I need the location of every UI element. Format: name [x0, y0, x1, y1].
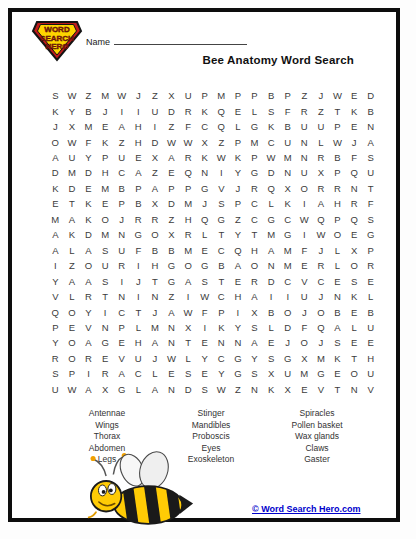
grid-cell: T [362, 181, 379, 196]
grid-cell: I [230, 304, 247, 319]
grid-cell: R [80, 289, 97, 304]
grid-cell: E [362, 273, 379, 288]
grid-cell: U [296, 289, 313, 304]
grid-cell: P [246, 88, 263, 103]
grid-cell: D [263, 165, 280, 180]
grid-cell: S [246, 320, 263, 335]
grid-cell: X [147, 150, 164, 165]
grid-cell: L [130, 382, 147, 397]
word-list-item: Proboscis [161, 431, 261, 443]
grid-cell: K [346, 103, 363, 118]
grid-cell: S [196, 273, 213, 288]
grid-cell: N [346, 382, 363, 397]
grid-cell: R [246, 181, 263, 196]
grid-cell: N [163, 335, 180, 350]
grid-cell: X [64, 119, 81, 134]
grid-cell: W [113, 88, 130, 103]
grid-cell: K [230, 150, 247, 165]
grid-cell: O [279, 304, 296, 319]
logo-text-hero: HERO [45, 42, 68, 51]
grid-cell: I [80, 366, 97, 381]
grid-cell: E [346, 88, 363, 103]
grid-cell: M [213, 88, 230, 103]
grid-cell: C [113, 304, 130, 319]
grid-cell: T [130, 304, 147, 319]
grid-cell: L [147, 366, 164, 381]
grid-cell: E [80, 181, 97, 196]
grid-cell: O [64, 304, 81, 319]
grid-cell: D [64, 181, 81, 196]
grid-cell: B [130, 196, 147, 211]
grid-cell: A [362, 134, 379, 149]
grid-cell: J [130, 273, 147, 288]
grid-cell: O [296, 335, 313, 350]
grid-cell: N [346, 181, 363, 196]
grid-cell: G [97, 335, 114, 350]
grid-cell: R [80, 351, 97, 366]
grid-cell: C [263, 134, 280, 149]
grid-cell: A [246, 335, 263, 350]
grid-cell: L [263, 196, 280, 211]
name-label: Name [86, 37, 110, 47]
grid-cell: N [246, 382, 263, 397]
grid-cell: U [313, 119, 330, 134]
grid-cell: X [346, 242, 363, 257]
grid-cell: D [180, 382, 197, 397]
grid-cell: N [296, 150, 313, 165]
grid-cell: E [97, 351, 114, 366]
grid-cell: W [296, 212, 313, 227]
grid-cell: O [147, 227, 164, 242]
grid-cell: E [362, 335, 379, 350]
word-search-hero-logo: WORD SEARCH HERO [31, 18, 83, 62]
grid-cell: A [47, 150, 64, 165]
grid-cell: B [113, 181, 130, 196]
grid-cell: M [80, 119, 97, 134]
grid-cell: N [213, 335, 230, 350]
grid-cell: M [180, 196, 197, 211]
grid-cell: E [296, 382, 313, 397]
grid-cell: I [113, 273, 130, 288]
grid-cell: J [313, 88, 330, 103]
grid-cell: P [246, 150, 263, 165]
grid-cell: W [263, 150, 280, 165]
grid-cell: E [346, 227, 363, 242]
grid-cell: N [279, 165, 296, 180]
grid-cell: X [97, 382, 114, 397]
grid-cell: O [80, 258, 97, 273]
grid-cell: U [180, 88, 197, 103]
grid-cell: L [196, 227, 213, 242]
grid-cell: I [213, 165, 230, 180]
grid-cell: O [97, 212, 114, 227]
grid-cell: U [279, 366, 296, 381]
grid-cell: Q [196, 212, 213, 227]
grid-cell: Y [47, 335, 64, 350]
word-list-item: Thorax [57, 431, 157, 443]
grid-cell: K [80, 196, 97, 211]
grid-cell: S [97, 242, 114, 257]
grid-cell: E [196, 335, 213, 350]
grid-cell: P [362, 242, 379, 257]
grid-cell: W [163, 134, 180, 149]
grid-cell: S [346, 273, 363, 288]
grid-cell: R [362, 258, 379, 273]
grid-cell: N [97, 320, 114, 335]
grid-cell: X [296, 351, 313, 366]
grid-cell: S [263, 351, 280, 366]
grid-cell: H [130, 119, 147, 134]
grid-cell: E [346, 119, 363, 134]
grid-cell: U [362, 366, 379, 381]
bee-illustration [80, 448, 196, 530]
grid-cell: E [346, 304, 363, 319]
grid-cell: G [163, 258, 180, 273]
grid-cell: D [279, 320, 296, 335]
grid-cell: C [279, 273, 296, 288]
grid-cell: H [97, 165, 114, 180]
grid-cell: G [313, 366, 330, 381]
grid-cell: N [113, 227, 130, 242]
grid-cell: F [130, 242, 147, 257]
grid-cell: M [279, 150, 296, 165]
grid-cell: W [329, 88, 346, 103]
grid-cell: B [279, 119, 296, 134]
grid-cell: P [329, 212, 346, 227]
grid-cell: N [147, 289, 164, 304]
grid-cell: I [263, 289, 280, 304]
grid-cell: K [97, 134, 114, 149]
grid-cell: E [230, 103, 247, 118]
grid-cell: S [362, 150, 379, 165]
grid-cell: M [279, 242, 296, 257]
grid-cell: F [346, 150, 363, 165]
grid-cell: Q [213, 103, 230, 118]
grid-cell: H [246, 242, 263, 257]
grid-cell: N [163, 382, 180, 397]
grid-cell: D [263, 273, 280, 288]
grid-cell: E [346, 335, 363, 350]
grid-cell: Z [163, 212, 180, 227]
grid-cell: L [64, 289, 81, 304]
grid-cell: I [97, 304, 114, 319]
grid-cell: W [196, 289, 213, 304]
grid-cell: K [196, 150, 213, 165]
grid-cell: Z [147, 165, 164, 180]
grid-cell: G [196, 181, 213, 196]
grid-cell: H [180, 212, 197, 227]
grid-cell: Z [163, 289, 180, 304]
grid-cell: G [246, 165, 263, 180]
grid-cell: O [313, 304, 330, 319]
grid-cell: B [329, 304, 346, 319]
grid-cell: X [180, 320, 197, 335]
grid-cell: N [113, 289, 130, 304]
grid-cell: R [147, 212, 164, 227]
grid-cell: L [329, 258, 346, 273]
grid-cell: J [97, 103, 114, 118]
grid-cell: P [130, 181, 147, 196]
word-list-item: Antennae [57, 408, 157, 420]
grid-cell: G [130, 227, 147, 242]
grid-cell: P [329, 119, 346, 134]
grid-cell: G [263, 212, 280, 227]
grid-cell: G [362, 227, 379, 242]
grid-cell: I [279, 289, 296, 304]
grid-cell: C [130, 366, 147, 381]
grid-cell: H [147, 258, 164, 273]
grid-cell: P [213, 304, 230, 319]
grid-cell: G [113, 382, 130, 397]
antenna-tip-left [91, 456, 96, 461]
grid-cell: Y [213, 366, 230, 381]
grid-cell: S [246, 366, 263, 381]
grid-cell: G [246, 119, 263, 134]
grid-cell: S [196, 382, 213, 397]
grid-cell: Z [213, 134, 230, 149]
name-row: Name [86, 34, 247, 47]
grid-cell: L [263, 320, 280, 335]
grid-cell: W [180, 304, 197, 319]
grid-cell: F [296, 242, 313, 257]
grid-cell: C [196, 119, 213, 134]
word-grid: SWZMWJZXUPMPPBPZJWEDKYBJIIUDRKQELSFRZTKB… [47, 88, 379, 397]
grid-cell: K [64, 227, 81, 242]
grid-cell: C [246, 212, 263, 227]
grid-cell: E [196, 366, 213, 381]
grid-cell: C [213, 351, 230, 366]
grid-cell: F [296, 320, 313, 335]
grid-cell: M [313, 351, 330, 366]
grid-cell: O [329, 227, 346, 242]
grid-cell: I [113, 103, 130, 118]
grid-cell: J [230, 181, 247, 196]
grid-cell: K [196, 103, 213, 118]
grid-cell: Y [230, 165, 247, 180]
word-list-item: Gaster [267, 454, 367, 466]
grid-cell: Z [64, 258, 81, 273]
grid-cell: A [163, 150, 180, 165]
grid-cell: H [130, 335, 147, 350]
grid-cell: P [196, 88, 213, 103]
grid-cell: E [97, 119, 114, 134]
grid-cell: D [47, 165, 64, 180]
grid-cell: Q [213, 119, 230, 134]
grid-cell: A [147, 382, 164, 397]
grid-cell: N [230, 335, 247, 350]
grid-cell: E [47, 196, 64, 211]
grid-cell: K [346, 289, 363, 304]
grid-cell: V [213, 181, 230, 196]
grid-cell: Q [313, 212, 330, 227]
grid-cell: G [230, 351, 247, 366]
grid-cell: Z [163, 119, 180, 134]
grid-cell: B [80, 103, 97, 118]
grid-cell: Q [230, 242, 247, 257]
grid-cell: T [329, 103, 346, 118]
grid-cell: U [47, 382, 64, 397]
grid-cell: M [246, 134, 263, 149]
grid-cell: A [130, 165, 147, 180]
grid-cell: U [362, 165, 379, 180]
grid-cell: L [180, 351, 197, 366]
grid-cell: E [263, 335, 280, 350]
grid-cell: Q [180, 165, 197, 180]
grid-cell: F [362, 196, 379, 211]
grid-cell: I [196, 320, 213, 335]
grid-cell: P [113, 320, 130, 335]
grid-cell: E [230, 273, 247, 288]
grid-cell: Y [230, 227, 247, 242]
grid-cell: B [147, 242, 164, 257]
grid-cell: M [64, 165, 81, 180]
grid-cell: G [213, 212, 230, 227]
grid-cell: U [296, 119, 313, 134]
grid-cell: I [180, 289, 197, 304]
grid-cell: Y [230, 320, 247, 335]
grid-cell: E [130, 150, 147, 165]
word-search-hero-link[interactable]: © Word Search Hero.com [252, 504, 361, 514]
word-list-item: Spiracles [267, 408, 367, 420]
grid-cell: X [246, 304, 263, 319]
grid-cell: A [64, 273, 81, 288]
grid-cell: K [47, 181, 64, 196]
grid-cell: E [329, 366, 346, 381]
grid-cell: J [346, 134, 363, 149]
grid-cell: E [329, 273, 346, 288]
grid-cell: A [263, 242, 280, 257]
grid-cell: S [97, 273, 114, 288]
grid-cell: Y [80, 304, 97, 319]
grid-cell: L [362, 289, 379, 304]
grid-cell: M [263, 227, 280, 242]
grid-cell: Q [346, 165, 363, 180]
grid-cell: B [263, 88, 280, 103]
grid-cell: T [213, 273, 230, 288]
grid-cell: K [47, 103, 64, 118]
grid-cell: E [196, 242, 213, 257]
grid-cell: V [362, 382, 379, 397]
grid-cell: K [263, 382, 280, 397]
grid-cell: X [279, 382, 296, 397]
grid-cell: F [196, 304, 213, 319]
word-list-item: Wax glands [267, 431, 367, 443]
grid-cell: I [130, 258, 147, 273]
grid-cell: J [147, 304, 164, 319]
grid-cell: X [147, 196, 164, 211]
grid-cell: W [180, 134, 197, 149]
grid-cell: N [196, 165, 213, 180]
grid-cell: N [263, 258, 280, 273]
grid-cell: A [313, 196, 330, 211]
grid-cell: K [263, 119, 280, 134]
grid-cell: Y [80, 150, 97, 165]
grid-cell: W [329, 134, 346, 149]
grid-cell: I [47, 258, 64, 273]
grid-cell: E [163, 165, 180, 180]
grid-cell: P [180, 181, 197, 196]
grid-cell: X [263, 366, 280, 381]
grid-cell: S [213, 196, 230, 211]
bee-leg [89, 512, 96, 517]
grid-cell: U [362, 320, 379, 335]
grid-cell: L [230, 119, 247, 134]
grid-cell: V [47, 289, 64, 304]
grid-cell: Z [296, 88, 313, 103]
grid-cell: Y [196, 351, 213, 366]
grid-cell: B [329, 150, 346, 165]
grid-cell: Z [113, 134, 130, 149]
grid-cell: G [163, 273, 180, 288]
grid-cell: R [313, 181, 330, 196]
word-list-item: Stinger [161, 408, 261, 420]
grid-cell: L [130, 320, 147, 335]
grid-cell: P [163, 181, 180, 196]
worksheet-page: WORD SEARCH HERO Name Bee Anatomy Word S… [8, 8, 400, 522]
grid-cell: C [213, 289, 230, 304]
grid-cell: K [80, 212, 97, 227]
grid-cell: G [279, 351, 296, 366]
grid-cell: J [296, 304, 313, 319]
grid-cell: S [329, 335, 346, 350]
grid-cell: P [230, 196, 247, 211]
grid-cell: U [113, 150, 130, 165]
grid-cell: U [296, 165, 313, 180]
grid-cell: W [163, 351, 180, 366]
grid-cell: A [180, 273, 197, 288]
grid-cell: A [147, 335, 164, 350]
grid-cell: S [362, 212, 379, 227]
grid-cell: K [213, 320, 230, 335]
grid-cell: O [346, 366, 363, 381]
grid-cell: H [362, 351, 379, 366]
grid-cell: P [97, 150, 114, 165]
grid-cell: H [230, 289, 247, 304]
grid-cell: S [47, 366, 64, 381]
grid-cell: O [246, 258, 263, 273]
grid-cell: P [64, 366, 81, 381]
grid-cell: D [147, 134, 164, 149]
grid-cell: N [362, 119, 379, 134]
grid-cell: A [230, 258, 247, 273]
grid-cell: M [180, 242, 197, 257]
grid-cell: Q [47, 304, 64, 319]
grid-cell: W [213, 382, 230, 397]
grid-cell: W [64, 134, 81, 149]
grid-cell: A [113, 366, 130, 381]
grid-cell: R [130, 212, 147, 227]
grid-cell: U [147, 103, 164, 118]
grid-cell: D [362, 88, 379, 103]
grid-cell: T [147, 273, 164, 288]
grid-cell: T [213, 227, 230, 242]
grid-cell: A [47, 242, 64, 257]
grid-cell: A [163, 304, 180, 319]
bee-head [91, 481, 121, 511]
grid-cell: J [279, 335, 296, 350]
grid-cell: B [362, 103, 379, 118]
grid-cell: C [213, 242, 230, 257]
grid-cell: N [329, 289, 346, 304]
grid-cell: T [64, 196, 81, 211]
name-input-line[interactable] [114, 34, 247, 45]
word-list-column-3: SpiraclesPollen basketWax glandsClawsGas… [267, 408, 367, 466]
grid-cell: V [296, 273, 313, 288]
grid-cell: R [346, 196, 363, 211]
grid-cell: V [313, 382, 330, 397]
grid-cell: T [246, 227, 263, 242]
grid-cell: L [64, 242, 81, 257]
